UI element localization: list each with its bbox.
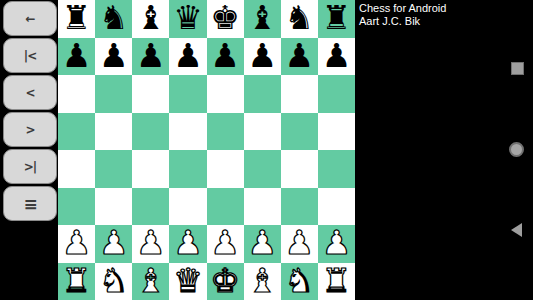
piece-white-knight: ♞	[285, 264, 315, 297]
square-b3[interactable]	[95, 188, 132, 226]
square-g7[interactable]: ♟	[281, 38, 318, 76]
piece-white-pawn: ♟	[62, 226, 92, 259]
skip-to-end-icon: >|	[24, 160, 36, 174]
first-move-button[interactable]: |<	[3, 38, 57, 73]
app-title: Chess for Android	[359, 2, 446, 15]
square-e3[interactable]	[207, 188, 244, 226]
home-circle-icon[interactable]	[509, 142, 524, 157]
piece-white-knight: ♞	[99, 264, 129, 297]
square-b1[interactable]: ♞	[95, 263, 132, 300]
piece-white-rook: ♜	[62, 264, 92, 297]
app-window: ← |< < > >| ≡ ♜♞♝♛♚♝♞♜♟♟♟♟♟♟♟♟♟♟♟♟♟♟♟♟♜♞…	[0, 0, 533, 300]
square-g5[interactable]	[281, 113, 318, 151]
square-b6[interactable]	[95, 75, 132, 113]
square-c7[interactable]: ♟	[132, 38, 169, 76]
square-g6[interactable]	[281, 75, 318, 113]
title-block: Chess for Android Aart J.C. Bik	[359, 2, 446, 28]
square-f1[interactable]: ♝	[244, 263, 281, 300]
next-icon: >	[25, 123, 34, 137]
piece-black-pawn: ♟	[247, 39, 277, 72]
piece-white-pawn: ♟	[136, 226, 166, 259]
square-f3[interactable]	[244, 188, 281, 226]
square-b4[interactable]	[95, 150, 132, 188]
square-d5[interactable]	[169, 113, 206, 151]
square-c5[interactable]	[132, 113, 169, 151]
square-b2[interactable]: ♟	[95, 225, 132, 263]
square-h5[interactable]	[318, 113, 355, 151]
square-f2[interactable]: ♟	[244, 225, 281, 263]
square-a8[interactable]: ♜	[58, 0, 95, 38]
square-c8[interactable]: ♝	[132, 0, 169, 38]
square-f6[interactable]	[244, 75, 281, 113]
menu-button[interactable]: ≡	[3, 186, 57, 221]
square-d8[interactable]: ♛	[169, 0, 206, 38]
square-a4[interactable]	[58, 150, 95, 188]
square-e2[interactable]: ♟	[207, 225, 244, 263]
piece-white-queen: ♛	[173, 264, 203, 297]
square-e8[interactable]: ♚	[207, 0, 244, 38]
square-h7[interactable]: ♟	[318, 38, 355, 76]
piece-black-pawn: ♟	[136, 39, 166, 72]
piece-black-bishop: ♝	[247, 1, 277, 34]
piece-black-queen: ♛	[173, 1, 203, 34]
skip-to-start-icon: |<	[24, 49, 36, 63]
square-h4[interactable]	[318, 150, 355, 188]
piece-black-pawn: ♟	[173, 39, 203, 72]
square-e7[interactable]: ♟	[207, 38, 244, 76]
square-f4[interactable]	[244, 150, 281, 188]
piece-black-bishop: ♝	[136, 1, 166, 34]
back-arrow-icon: ←	[25, 12, 34, 26]
piece-black-pawn: ♟	[210, 39, 240, 72]
piece-black-pawn: ♟	[285, 39, 315, 72]
piece-white-pawn: ♟	[210, 226, 240, 259]
piece-white-bishop: ♝	[247, 264, 277, 297]
square-b7[interactable]: ♟	[95, 38, 132, 76]
square-d3[interactable]	[169, 188, 206, 226]
previous-icon: <	[25, 86, 34, 100]
square-g1[interactable]: ♞	[281, 263, 318, 300]
piece-white-pawn: ♟	[173, 226, 203, 259]
square-g2[interactable]: ♟	[281, 225, 318, 263]
piece-black-pawn: ♟	[322, 39, 352, 72]
square-c6[interactable]	[132, 75, 169, 113]
piece-white-rook: ♜	[322, 264, 352, 297]
square-h2[interactable]: ♟	[318, 225, 355, 263]
square-d2[interactable]: ♟	[169, 225, 206, 263]
piece-white-pawn: ♟	[247, 226, 277, 259]
piece-white-pawn: ♟	[99, 226, 129, 259]
square-d7[interactable]: ♟	[169, 38, 206, 76]
piece-black-pawn: ♟	[62, 39, 92, 72]
square-h6[interactable]	[318, 75, 355, 113]
piece-black-king: ♚	[210, 1, 240, 34]
piece-white-bishop: ♝	[136, 264, 166, 297]
square-h1[interactable]: ♜	[318, 263, 355, 300]
square-b5[interactable]	[95, 113, 132, 151]
square-a6[interactable]	[58, 75, 95, 113]
square-e5[interactable]	[207, 113, 244, 151]
piece-black-pawn: ♟	[99, 39, 129, 72]
square-d6[interactable]	[169, 75, 206, 113]
menu-icon: ≡	[23, 194, 36, 214]
square-a3[interactable]	[58, 188, 95, 226]
square-d1[interactable]: ♛	[169, 263, 206, 300]
square-h3[interactable]	[318, 188, 355, 226]
square-c1[interactable]: ♝	[132, 263, 169, 300]
square-a7[interactable]: ♟	[58, 38, 95, 76]
square-b8[interactable]: ♞	[95, 0, 132, 38]
piece-black-rook: ♜	[62, 1, 92, 34]
square-d4[interactable]	[169, 150, 206, 188]
square-c4[interactable]	[132, 150, 169, 188]
square-h8[interactable]: ♜	[318, 0, 355, 38]
chess-board: ♜♞♝♛♚♝♞♜♟♟♟♟♟♟♟♟♟♟♟♟♟♟♟♟♜♞♝♛♚♝♞♜	[58, 0, 355, 300]
square-f7[interactable]: ♟	[244, 38, 281, 76]
square-f5[interactable]	[244, 113, 281, 151]
square-a5[interactable]	[58, 113, 95, 151]
recents-square-icon[interactable]	[511, 62, 524, 75]
piece-white-king: ♚	[210, 264, 240, 297]
control-panel: ← |< < > >| ≡	[3, 1, 57, 223]
square-e4[interactable]	[207, 150, 244, 188]
back-button[interactable]: ←	[3, 1, 57, 36]
back-triangle-icon[interactable]	[511, 223, 522, 237]
next-move-button[interactable]: >	[3, 112, 57, 147]
square-e6[interactable]	[207, 75, 244, 113]
piece-black-knight: ♞	[99, 1, 129, 34]
square-g4[interactable]	[281, 150, 318, 188]
square-g3[interactable]	[281, 188, 318, 226]
app-author: Aart J.C. Bik	[359, 15, 446, 28]
piece-black-knight: ♞	[285, 1, 315, 34]
square-a1[interactable]: ♜	[58, 263, 95, 300]
last-move-button[interactable]: >|	[3, 149, 57, 184]
square-g8[interactable]: ♞	[281, 0, 318, 38]
square-f8[interactable]: ♝	[244, 0, 281, 38]
square-c2[interactable]: ♟	[132, 225, 169, 263]
square-c3[interactable]	[132, 188, 169, 226]
square-e1[interactable]: ♚	[207, 263, 244, 300]
piece-black-rook: ♜	[322, 1, 352, 34]
previous-move-button[interactable]: <	[3, 75, 57, 110]
piece-white-pawn: ♟	[322, 226, 352, 259]
piece-white-pawn: ♟	[285, 226, 315, 259]
square-a2[interactable]: ♟	[58, 225, 95, 263]
